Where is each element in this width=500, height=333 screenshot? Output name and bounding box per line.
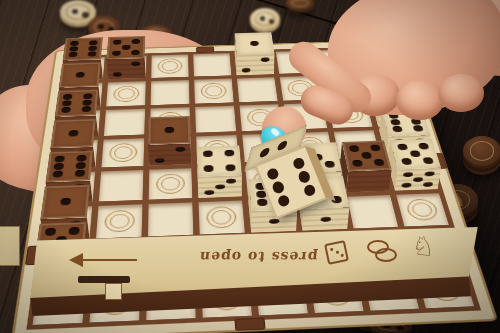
die-top-face [382,108,431,136]
die-pip [352,160,363,167]
board-cell-h8[interactable] [358,48,401,71]
drawer-slider-slot [78,276,130,283]
board-cell-e7[interactable] [237,77,278,102]
die-pip [215,184,225,189]
die-top-face [59,63,101,88]
die-pip [62,100,72,106]
tabletop-scene: press to open ♘ ♞⚙♞ [0,0,500,333]
die-pip [89,40,98,45]
disc-pip [396,326,404,330]
right-knuckle [438,74,484,112]
die-top-face [374,80,421,106]
die-pip [76,162,86,169]
disc-pip [383,324,391,328]
die-pip [131,61,140,66]
die-top-face [55,90,99,117]
die-front-face [346,170,392,193]
die-c5-dark-1[interactable] [149,137,191,166]
die-pip [76,72,85,78]
checker-disc-dark-pips2[interactable] [88,16,120,38]
die-top-face [40,185,90,219]
board-cell-e6[interactable] [240,104,282,131]
clasp-tab [234,317,265,331]
die-pip [422,157,433,164]
checker-disc-light-pips2[interactable] [250,8,280,30]
die-pip [401,158,412,165]
die-g4-dark-5[interactable] [340,161,389,192]
die-pip [297,169,312,184]
board-cell-g7[interactable] [322,74,365,99]
board-cell-b7[interactable] [106,81,146,106]
die-pip [413,177,423,182]
die-pip [204,165,214,172]
board-cell-d7[interactable] [194,79,234,104]
die-pip [226,178,236,183]
die-front-face [395,168,441,191]
die-pip [131,50,140,55]
die-pip [132,39,140,44]
die-pip [122,45,131,50]
die-pip [403,172,413,177]
board-cell-c8[interactable] [151,54,189,77]
board-cell-g8[interactable] [317,49,359,72]
die-pip [68,130,78,136]
die-pip [410,150,421,157]
board-cell-g6[interactable] [328,101,373,128]
die-pip [82,106,92,112]
board-cell-c4[interactable] [149,168,193,199]
die-top-face [106,36,145,59]
die-pip [203,151,213,158]
die-pip [261,57,269,62]
die-pip [68,52,77,57]
board-cell-c7[interactable] [151,80,190,105]
die-pip [75,170,85,177]
die-pip [277,139,288,151]
die-pip [63,94,73,100]
board-cell-f7[interactable] [280,76,322,101]
die-pip [411,119,422,125]
disc-pip [82,12,88,17]
die-e8-light-1[interactable] [235,52,274,75]
die-pip [370,145,381,152]
die-pip [413,125,424,131]
disc-engraved-ring [146,29,167,42]
die-pip [374,159,385,166]
checker-disc-dark-ring[interactable] [463,136,500,166]
die-pip [423,182,433,187]
die-pip [397,144,408,151]
die-pip [361,152,372,159]
disc-engraved-ring [291,0,309,7]
die-b8-dark-5[interactable] [108,56,146,80]
die-pip [266,166,281,181]
die-top-face [50,119,95,148]
die-pip [82,100,92,106]
die-front-face [148,143,191,165]
die-pip [418,143,429,150]
die-pip [204,190,214,195]
arrow-left-icon [69,253,141,267]
die-pip [54,156,64,163]
die-top-face [148,116,191,145]
die-pip [225,164,235,171]
board-cell-b6[interactable] [104,109,145,136]
die-d4-light-4[interactable] [197,167,242,198]
die-pip [165,127,174,133]
clasp-tab [196,47,214,53]
die-pip [88,46,97,51]
drawer-slider-tab[interactable] [105,283,122,300]
die-h4-light-5[interactable] [387,160,437,191]
die-top-face [63,37,103,60]
board-cell-h3[interactable] [396,193,449,226]
die-pip [259,147,270,159]
die-pip [321,216,331,221]
die-pip [401,182,411,187]
die-front-face [198,175,242,198]
die-pip [112,51,121,56]
board-cell-b5[interactable] [101,138,144,167]
die-pip [291,156,306,171]
checkers-icon [367,240,397,262]
board-cell-g3[interactable] [347,195,398,229]
die-pip [302,183,317,198]
die-pip [176,146,186,151]
die-pip [250,41,259,46]
disc-engraved-ring [470,141,494,160]
die-pip [388,113,399,119]
board-cell-f8[interactable] [276,51,316,74]
die-pip [349,145,360,152]
die-pip [242,68,250,73]
die-pip [53,163,64,170]
die-pip [52,171,63,178]
die-pip [113,40,122,45]
die-pip [61,107,71,113]
die-pip [113,72,122,77]
die-top-face [342,140,392,171]
die-pip [271,180,286,195]
die-pip [409,112,420,118]
die-top-face [235,32,275,55]
die-pip [392,90,402,96]
die-top-face [197,146,242,177]
die-front-face [106,58,146,79]
disc-pip [269,19,274,24]
die-front-face [237,54,275,75]
die-pip [76,155,86,162]
game-box-front: press to open ♘ [28,226,480,316]
knight-icon: ♘ [411,232,437,260]
disc-pip [108,27,114,32]
wooden-piece-left-edge [0,226,20,266]
die-pip [69,46,78,51]
die-top-face [390,139,441,170]
die-pip [70,41,79,46]
die-pip [276,193,291,208]
board-cell-d8[interactable] [193,53,231,76]
die-pip [224,150,234,157]
die-pip [425,171,435,176]
press-to-open-label: press to open [199,249,320,265]
die-pip [83,93,92,99]
die-top-face [46,151,93,182]
die-pip [88,51,97,56]
die-pip [60,198,71,206]
die-pip [390,119,401,125]
die-pip [155,158,165,163]
die-pip [392,126,403,132]
board-cell-d6[interactable] [195,106,236,133]
board-cell-b4[interactable] [99,170,144,202]
